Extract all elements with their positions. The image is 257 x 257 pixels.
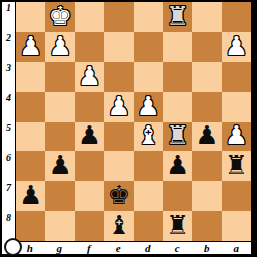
square-g6[interactable]: ♟ [45, 151, 74, 181]
square-d5[interactable]: ♝ [134, 122, 163, 152]
square-h7[interactable]: ♟ [16, 181, 45, 211]
square-a2[interactable]: ♟ [222, 32, 251, 62]
square-f1[interactable] [75, 2, 104, 32]
square-f6[interactable] [75, 151, 104, 181]
rank-label-1: 1 [2, 2, 15, 32]
square-g8[interactable] [45, 211, 74, 241]
square-c4[interactable] [163, 92, 192, 122]
square-a4[interactable] [222, 92, 251, 122]
file-label-g: g [45, 242, 75, 254]
white-rook[interactable]: ♜ [166, 122, 189, 148]
rank-label-7: 7 [2, 182, 15, 212]
square-f5[interactable]: ♟ [75, 122, 104, 152]
square-d1[interactable] [134, 2, 163, 32]
file-label-a: a [222, 242, 252, 254]
square-c2[interactable] [163, 32, 192, 62]
square-f8[interactable] [75, 211, 104, 241]
file-label-d: d [133, 242, 163, 254]
square-c1[interactable]: ♜ [163, 2, 192, 32]
square-h5[interactable] [16, 122, 45, 152]
rank-label-3: 3 [2, 62, 15, 92]
rank-label-2: 2 [2, 32, 15, 62]
square-h8[interactable] [16, 211, 45, 241]
square-h1[interactable] [16, 2, 45, 32]
file-label-b: b [192, 242, 222, 254]
rank-label-6: 6 [2, 152, 15, 182]
square-b2[interactable] [192, 32, 221, 62]
white-pawn[interactable]: ♟ [48, 33, 71, 59]
square-g5[interactable] [45, 122, 74, 152]
square-a6[interactable]: ♜ [222, 151, 251, 181]
square-c6[interactable]: ♟ [163, 151, 192, 181]
square-c5[interactable]: ♜ [163, 122, 192, 152]
square-c8[interactable]: ♜ [163, 211, 192, 241]
square-c3[interactable] [163, 62, 192, 92]
black-pawn[interactable]: ♟ [19, 182, 42, 208]
square-d2[interactable] [134, 32, 163, 62]
square-b1[interactable] [192, 2, 221, 32]
square-e7[interactable]: ♚ [104, 181, 133, 211]
square-f3[interactable]: ♟ [75, 62, 104, 92]
square-e8[interactable]: ♝ [104, 211, 133, 241]
square-h2[interactable]: ♟ [16, 32, 45, 62]
black-king[interactable]: ♚ [107, 182, 130, 208]
white-pawn[interactable]: ♟ [137, 93, 160, 119]
square-e6[interactable] [104, 151, 133, 181]
square-b8[interactable] [192, 211, 221, 241]
black-rook[interactable]: ♜ [225, 152, 248, 178]
square-e4[interactable]: ♟ [104, 92, 133, 122]
black-pawn[interactable]: ♟ [166, 152, 189, 178]
square-g2[interactable]: ♟ [45, 32, 74, 62]
black-pawn[interactable]: ♟ [78, 122, 101, 148]
square-d4[interactable]: ♟ [134, 92, 163, 122]
square-e5[interactable] [104, 122, 133, 152]
square-d3[interactable] [134, 62, 163, 92]
white-rook[interactable]: ♜ [166, 3, 189, 29]
square-c7[interactable] [163, 181, 192, 211]
square-f4[interactable] [75, 92, 104, 122]
square-a3[interactable] [222, 62, 251, 92]
chess-board: ♚♜♟♟♟♟♟♟♟♝♜♟♟♟♟♜♟♚♝♜ [15, 2, 251, 242]
square-e1[interactable] [104, 2, 133, 32]
square-b5[interactable]: ♟ [192, 122, 221, 152]
square-f7[interactable] [75, 181, 104, 211]
white-pawn[interactable]: ♟ [78, 63, 101, 89]
board-canvas: 12345678 ♚♜♟♟♟♟♟♟♟♝♜♟♟♟♟♜♟♚♝♜ hgfedcba [2, 2, 251, 254]
square-a7[interactable] [222, 181, 251, 211]
file-label-c: c [163, 242, 193, 254]
white-pawn[interactable]: ♟ [107, 93, 130, 119]
square-e3[interactable] [104, 62, 133, 92]
white-king[interactable]: ♚ [48, 3, 71, 29]
square-g4[interactable] [45, 92, 74, 122]
square-f2[interactable] [75, 32, 104, 62]
square-d7[interactable] [134, 181, 163, 211]
square-b3[interactable] [192, 62, 221, 92]
square-g3[interactable] [45, 62, 74, 92]
rank-label-4: 4 [2, 92, 15, 122]
white-pawn[interactable]: ♟ [225, 33, 248, 59]
square-e2[interactable] [104, 32, 133, 62]
square-b4[interactable] [192, 92, 221, 122]
black-pawn[interactable]: ♟ [48, 152, 71, 178]
square-a1[interactable] [222, 2, 251, 32]
white-pawn[interactable]: ♟ [19, 33, 42, 59]
square-d6[interactable] [134, 151, 163, 181]
diagram-frame: 12345678 ♚♜♟♟♟♟♟♟♟♝♜♟♟♟♟♜♟♚♝♜ hgfedcba [0, 0, 257, 257]
square-b6[interactable] [192, 151, 221, 181]
black-rook[interactable]: ♜ [166, 212, 189, 238]
file-label-e: e [104, 242, 134, 254]
square-h6[interactable] [16, 151, 45, 181]
square-a8[interactable] [222, 211, 251, 241]
square-d8[interactable] [134, 211, 163, 241]
black-pawn[interactable]: ♟ [195, 122, 218, 148]
square-g7[interactable] [45, 181, 74, 211]
white-pawn[interactable]: ♟ [225, 122, 248, 148]
rank-label-5: 5 [2, 122, 15, 152]
square-h3[interactable] [16, 62, 45, 92]
rank-labels: 12345678 [2, 2, 15, 242]
file-labels: hgfedcba [15, 242, 251, 254]
square-a5[interactable]: ♟ [222, 122, 251, 152]
square-g1[interactable]: ♚ [45, 2, 74, 32]
white-bishop[interactable]: ♝ [137, 122, 160, 148]
square-h4[interactable] [16, 92, 45, 122]
side-to-move-indicator [4, 238, 22, 256]
file-label-f: f [74, 242, 104, 254]
black-bishop[interactable]: ♝ [107, 212, 130, 238]
square-b7[interactable] [192, 181, 221, 211]
